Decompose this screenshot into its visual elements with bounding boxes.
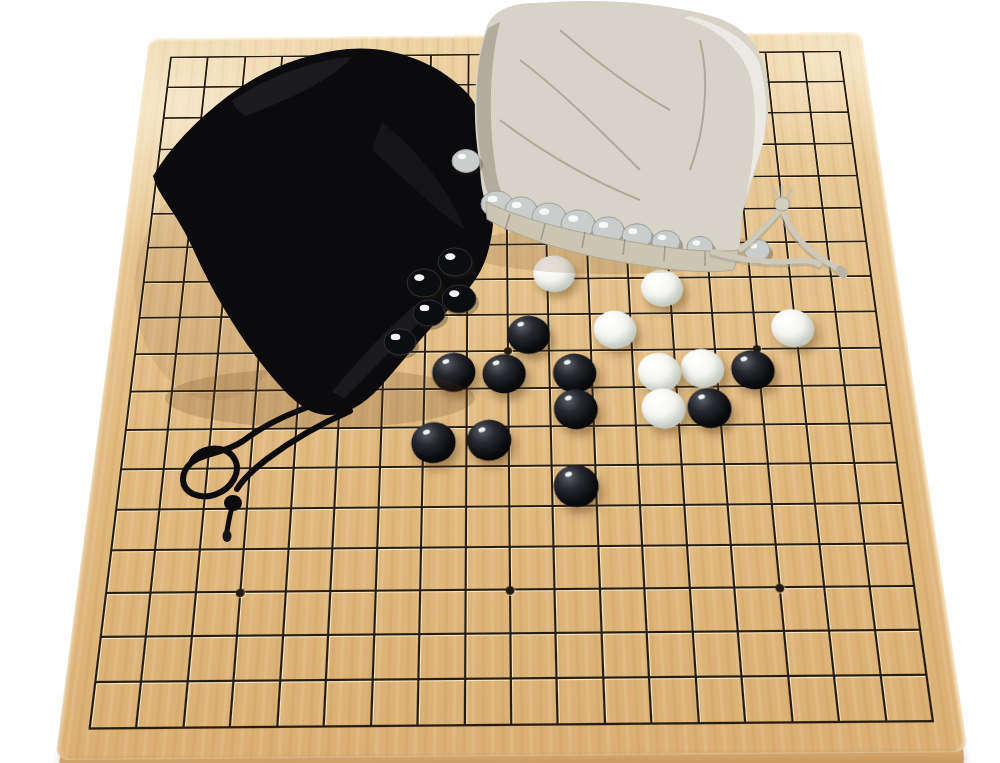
- beige-bag-cord-tassel: [773, 186, 792, 197]
- black-stone-at-bag-mouth: [407, 269, 441, 297]
- white-stone-spilling: [452, 150, 480, 173]
- black-stone-at-bag-mouth: [384, 329, 416, 355]
- beige-bag-cord-knot: [775, 197, 790, 211]
- product-photo-scene: [0, 0, 1000, 763]
- foreground-objects: [0, 0, 1000, 763]
- black-stone-at-bag-mouth: [442, 285, 476, 313]
- black-stone-at-bag-mouth: [438, 248, 472, 276]
- black-bag-cord-tip: [223, 530, 232, 542]
- black-stone-at-bag-mouth: [413, 300, 445, 326]
- black-bag-cord-knot: [224, 495, 242, 511]
